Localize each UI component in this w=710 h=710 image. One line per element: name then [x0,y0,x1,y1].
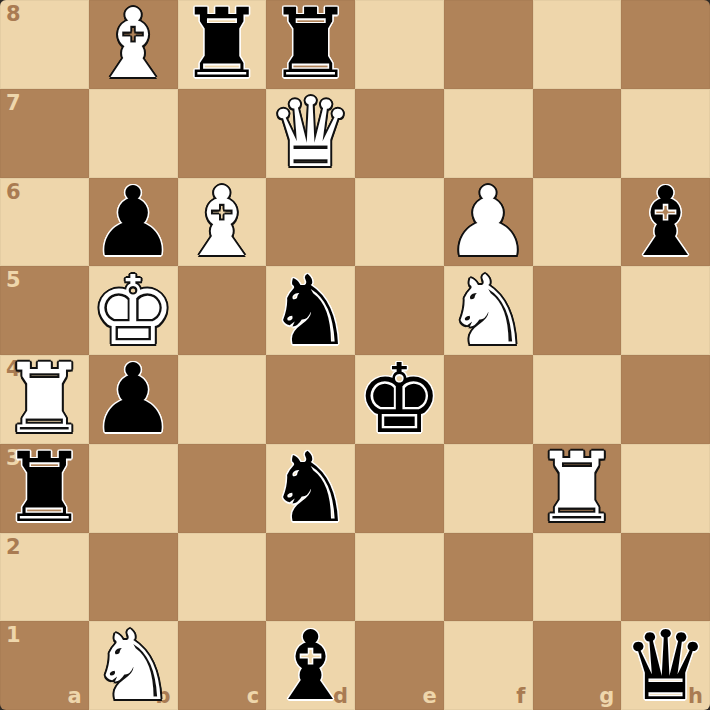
chess-board-wrapper: 8♝♜♜7♛6♟♝♟♝5♚♞♞4♜♟♚3♜♞♜21ab♞cd♝efgh♛ [0,0,710,710]
file-label-g: g [599,686,614,707]
square-c5[interactable] [178,266,267,355]
file-label-c: c [247,686,259,707]
square-f7[interactable] [444,89,533,178]
piece-black-rook[interactable]: ♜ [0,444,89,533]
square-e1[interactable]: e [355,621,444,710]
square-f1[interactable]: f [444,621,533,710]
square-e2[interactable] [355,533,444,622]
piece-white-rook[interactable]: ♜ [0,355,89,444]
square-h2[interactable] [621,533,710,622]
square-e5[interactable] [355,266,444,355]
square-g5[interactable] [533,266,622,355]
square-b8[interactable]: ♝ [89,0,178,89]
piece-white-queen[interactable]: ♛ [266,89,355,178]
square-f3[interactable] [444,444,533,533]
piece-black-knight[interactable]: ♞ [266,266,355,355]
square-b2[interactable] [89,533,178,622]
square-e3[interactable] [355,444,444,533]
square-h6[interactable]: ♝ [621,178,710,267]
piece-black-pawn[interactable]: ♟ [89,178,178,267]
file-label-e: e [423,686,437,707]
rank-label-6: 6 [6,182,21,203]
rank-label-5: 5 [6,270,21,291]
rank-label-8: 8 [6,4,21,25]
square-a6[interactable]: 6 [0,178,89,267]
square-f6[interactable]: ♟ [444,178,533,267]
square-g7[interactable] [533,89,622,178]
square-c1[interactable]: c [178,621,267,710]
square-d5[interactable]: ♞ [266,266,355,355]
square-c2[interactable] [178,533,267,622]
square-f4[interactable] [444,355,533,444]
piece-black-knight[interactable]: ♞ [266,444,355,533]
square-g8[interactable] [533,0,622,89]
square-d3[interactable]: ♞ [266,444,355,533]
square-a1[interactable]: 1a [0,621,89,710]
piece-white-bishop[interactable]: ♝ [178,178,267,267]
piece-white-knight[interactable]: ♞ [89,621,178,710]
square-b4[interactable]: ♟ [89,355,178,444]
square-e6[interactable] [355,178,444,267]
square-c3[interactable] [178,444,267,533]
piece-black-rook[interactable]: ♜ [178,0,267,89]
piece-white-knight[interactable]: ♞ [444,266,533,355]
square-c8[interactable]: ♜ [178,0,267,89]
square-b3[interactable] [89,444,178,533]
square-c7[interactable] [178,89,267,178]
square-h3[interactable] [621,444,710,533]
square-f5[interactable]: ♞ [444,266,533,355]
square-g6[interactable] [533,178,622,267]
square-c4[interactable] [178,355,267,444]
square-a5[interactable]: 5 [0,266,89,355]
square-d4[interactable] [266,355,355,444]
square-e8[interactable] [355,0,444,89]
square-a8[interactable]: 8 [0,0,89,89]
square-h7[interactable] [621,89,710,178]
piece-black-bishop[interactable]: ♝ [621,178,710,267]
piece-white-rook[interactable]: ♜ [533,444,622,533]
square-e7[interactable] [355,89,444,178]
square-a7[interactable]: 7 [0,89,89,178]
square-h4[interactable] [621,355,710,444]
piece-white-bishop[interactable]: ♝ [89,0,178,89]
square-g1[interactable]: g [533,621,622,710]
square-b5[interactable]: ♚ [89,266,178,355]
square-d6[interactable] [266,178,355,267]
square-b6[interactable]: ♟ [89,178,178,267]
square-c6[interactable]: ♝ [178,178,267,267]
square-f2[interactable] [444,533,533,622]
square-d7[interactable]: ♛ [266,89,355,178]
piece-black-king[interactable]: ♚ [355,355,444,444]
square-h8[interactable] [621,0,710,89]
chess-board: 8♝♜♜7♛6♟♝♟♝5♚♞♞4♜♟♚3♜♞♜21ab♞cd♝efgh♛ [0,0,710,710]
square-e4[interactable]: ♚ [355,355,444,444]
square-d2[interactable] [266,533,355,622]
rank-label-7: 7 [6,93,21,114]
piece-black-bishop[interactable]: ♝ [266,621,355,710]
square-h1[interactable]: h♛ [621,621,710,710]
piece-black-pawn[interactable]: ♟ [89,355,178,444]
file-label-a: a [68,686,82,707]
square-a2[interactable]: 2 [0,533,89,622]
rank-label-1: 1 [6,625,21,646]
square-b7[interactable] [89,89,178,178]
square-d1[interactable]: d♝ [266,621,355,710]
square-d8[interactable]: ♜ [266,0,355,89]
square-h5[interactable] [621,266,710,355]
piece-white-king[interactable]: ♚ [89,266,178,355]
piece-white-pawn[interactable]: ♟ [444,178,533,267]
square-a4[interactable]: 4♜ [0,355,89,444]
piece-black-rook[interactable]: ♜ [266,0,355,89]
square-a3[interactable]: 3♜ [0,444,89,533]
square-g4[interactable] [533,355,622,444]
file-label-f: f [516,686,525,707]
piece-black-queen[interactable]: ♛ [621,621,710,710]
square-g3[interactable]: ♜ [533,444,622,533]
square-f8[interactable] [444,0,533,89]
square-g2[interactable] [533,533,622,622]
square-b1[interactable]: b♞ [89,621,178,710]
